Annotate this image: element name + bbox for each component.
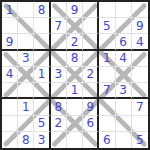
cell-r8c2[interactable] — [18, 116, 34, 132]
cell-r3c8[interactable]: 6 — [116, 34, 132, 50]
cell-r4c9[interactable] — [132, 51, 148, 67]
cell-r1c7[interactable] — [99, 2, 115, 18]
cell-r8c5[interactable] — [67, 116, 83, 132]
sudoku-grid: 18975992643814413217318975268365 — [2, 2, 148, 148]
cell-r9c8[interactable] — [116, 132, 132, 148]
cell-r1c1[interactable]: 1 — [2, 2, 18, 18]
cell-r2c5[interactable] — [67, 18, 83, 34]
cell-r5c4[interactable]: 3 — [51, 67, 67, 83]
cell-r1c5[interactable]: 9 — [67, 2, 83, 18]
cell-r4c3[interactable] — [34, 51, 50, 67]
cell-r5c1[interactable]: 4 — [2, 67, 18, 83]
cell-r9c7[interactable]: 6 — [99, 132, 115, 148]
cell-r6c4[interactable] — [51, 83, 67, 99]
cell-r6c2[interactable] — [18, 83, 34, 99]
cell-r4c5[interactable]: 8 — [67, 51, 83, 67]
cell-r3c7[interactable] — [99, 34, 115, 50]
cell-r9c6[interactable] — [83, 132, 99, 148]
cell-r9c5[interactable] — [67, 132, 83, 148]
cell-r1c6[interactable] — [83, 2, 99, 18]
cell-r4c2[interactable]: 3 — [18, 51, 34, 67]
cell-r8c9[interactable] — [132, 116, 148, 132]
cell-r7c4[interactable]: 8 — [51, 99, 67, 115]
cell-r6c6[interactable] — [83, 83, 99, 99]
cell-r8c6[interactable]: 6 — [83, 116, 99, 132]
cell-r4c8[interactable]: 4 — [116, 51, 132, 67]
cell-r1c8[interactable] — [116, 2, 132, 18]
cell-r6c5[interactable]: 1 — [67, 83, 83, 99]
cell-r4c4[interactable] — [51, 51, 67, 67]
cell-r2c1[interactable] — [2, 18, 18, 34]
cell-r3c6[interactable] — [83, 34, 99, 50]
cell-r3c3[interactable] — [34, 34, 50, 50]
cell-r9c1[interactable] — [2, 132, 18, 148]
cell-r7c3[interactable] — [34, 99, 50, 115]
cell-r6c3[interactable] — [34, 83, 50, 99]
cell-r1c4[interactable] — [51, 2, 67, 18]
cell-r5c3[interactable]: 1 — [34, 67, 50, 83]
cell-r6c9[interactable] — [132, 83, 148, 99]
sudoku-board: 18975992643814413217318975268365 — [0, 0, 150, 150]
cell-r6c7[interactable]: 7 — [99, 83, 115, 99]
cell-r5c8[interactable] — [116, 67, 132, 83]
cell-r7c6[interactable]: 9 — [83, 99, 99, 115]
cell-r9c4[interactable] — [51, 132, 67, 148]
cell-r3c5[interactable]: 2 — [67, 34, 83, 50]
cell-r9c9[interactable]: 5 — [132, 132, 148, 148]
cell-r2c4[interactable]: 7 — [51, 18, 67, 34]
cell-r9c2[interactable]: 8 — [18, 132, 34, 148]
cell-r8c3[interactable]: 5 — [34, 116, 50, 132]
cell-r3c9[interactable]: 4 — [132, 34, 148, 50]
cell-r6c8[interactable]: 3 — [116, 83, 132, 99]
cell-r3c4[interactable] — [51, 34, 67, 50]
cell-r2c7[interactable]: 5 — [99, 18, 115, 34]
cell-r2c3[interactable] — [34, 18, 50, 34]
cell-r5c2[interactable] — [18, 67, 34, 83]
cell-r4c7[interactable]: 1 — [99, 51, 115, 67]
cell-r5c7[interactable] — [99, 67, 115, 83]
cell-r8c7[interactable] — [99, 116, 115, 132]
cell-r2c6[interactable] — [83, 18, 99, 34]
cell-r3c2[interactable] — [18, 34, 34, 50]
cell-r2c8[interactable] — [116, 18, 132, 34]
cell-r2c9[interactable]: 9 — [132, 18, 148, 34]
cell-r8c4[interactable]: 2 — [51, 116, 67, 132]
cell-r7c7[interactable] — [99, 99, 115, 115]
cell-r6c1[interactable] — [2, 83, 18, 99]
cell-r8c8[interactable] — [116, 116, 132, 132]
cell-r5c5[interactable] — [67, 67, 83, 83]
cell-r7c1[interactable] — [2, 99, 18, 115]
cell-r7c9[interactable]: 7 — [132, 99, 148, 115]
cell-r9c3[interactable]: 3 — [34, 132, 50, 148]
cell-r1c3[interactable]: 8 — [34, 2, 50, 18]
cell-r8c1[interactable] — [2, 116, 18, 132]
cell-r1c2[interactable] — [18, 2, 34, 18]
cell-r4c1[interactable] — [2, 51, 18, 67]
cell-r3c1[interactable]: 9 — [2, 34, 18, 50]
cell-r7c2[interactable]: 1 — [18, 99, 34, 115]
cell-r7c5[interactable] — [67, 99, 83, 115]
cell-r5c9[interactable] — [132, 67, 148, 83]
cell-r7c8[interactable] — [116, 99, 132, 115]
cell-r5c6[interactable]: 2 — [83, 67, 99, 83]
cell-r2c2[interactable] — [18, 18, 34, 34]
cell-r1c9[interactable] — [132, 2, 148, 18]
cell-r4c6[interactable] — [83, 51, 99, 67]
